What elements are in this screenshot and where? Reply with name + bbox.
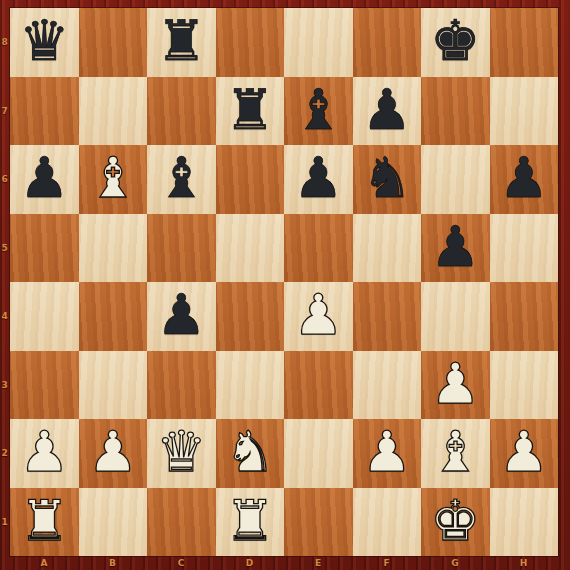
square-e5[interactable] [284,214,353,283]
black-queen-a8[interactable]: ♛ [19,13,69,69]
square-g5[interactable]: ♟ [421,214,490,283]
square-d3[interactable] [216,351,285,420]
rank-label-5: 5 [0,214,10,283]
rank-label-8: 8 [0,8,10,77]
square-d8[interactable] [216,8,285,77]
square-e8[interactable] [284,8,353,77]
square-h6[interactable]: ♟ [490,145,559,214]
black-pawn-e6[interactable]: ♟ [293,150,343,206]
rank-label-4: 4 [0,282,10,351]
black-pawn-f7[interactable]: ♟ [362,82,412,138]
file-label-a: A [10,556,79,570]
square-g3[interactable]: ♟ [421,351,490,420]
square-c2[interactable]: ♛ [147,419,216,488]
black-pawn-h6[interactable]: ♟ [499,150,549,206]
square-f7[interactable]: ♟ [353,77,422,146]
square-e4[interactable]: ♟ [284,282,353,351]
square-h5[interactable] [490,214,559,283]
square-b3[interactable] [79,351,148,420]
rank-label-6: 6 [0,145,10,214]
square-h8[interactable] [490,8,559,77]
black-pawn-a6[interactable]: ♟ [19,150,69,206]
white-rook-a1[interactable]: ♜ [19,493,69,549]
square-d6[interactable] [216,145,285,214]
square-d7[interactable]: ♜ [216,77,285,146]
square-e6[interactable]: ♟ [284,145,353,214]
black-rook-d7[interactable]: ♜ [225,82,275,138]
square-b2[interactable]: ♟ [79,419,148,488]
square-f4[interactable] [353,282,422,351]
square-b5[interactable] [79,214,148,283]
black-king-g8[interactable]: ♚ [430,13,480,69]
square-c1[interactable] [147,488,216,557]
white-pawn-e4[interactable]: ♟ [293,287,343,343]
square-c4[interactable]: ♟ [147,282,216,351]
square-d2[interactable]: ♞ [216,419,285,488]
square-c7[interactable] [147,77,216,146]
square-g2[interactable]: ♝ [421,419,490,488]
square-f1[interactable] [353,488,422,557]
white-pawn-a2[interactable]: ♟ [19,424,69,480]
square-a2[interactable]: ♟ [10,419,79,488]
rank-label-3: 3 [0,351,10,420]
square-h1[interactable] [490,488,559,557]
square-g4[interactable] [421,282,490,351]
white-rook-d1[interactable]: ♜ [225,493,275,549]
square-c8[interactable]: ♜ [147,8,216,77]
chess-board: ♛♜♚♜♝♟♟♝♝♟♞♟♟♟♟♟♟♟♛♞♟♝♟♜♜♚ [10,8,558,556]
square-f3[interactable] [353,351,422,420]
square-g1[interactable]: ♚ [421,488,490,557]
square-c5[interactable] [147,214,216,283]
file-label-b: B [79,556,148,570]
square-h2[interactable]: ♟ [490,419,559,488]
square-d1[interactable]: ♜ [216,488,285,557]
black-knight-f6[interactable]: ♞ [362,150,412,206]
square-a4[interactable] [10,282,79,351]
square-b8[interactable] [79,8,148,77]
file-label-h: H [490,556,559,570]
square-e2[interactable] [284,419,353,488]
square-f2[interactable]: ♟ [353,419,422,488]
black-bishop-c6[interactable]: ♝ [156,150,206,206]
white-pawn-h2[interactable]: ♟ [499,424,549,480]
white-pawn-b2[interactable]: ♟ [88,424,138,480]
black-pawn-c4[interactable]: ♟ [156,287,206,343]
white-queen-c2[interactable]: ♛ [156,424,206,480]
square-c3[interactable] [147,351,216,420]
white-king-g1[interactable]: ♚ [430,493,480,549]
square-e7[interactable]: ♝ [284,77,353,146]
square-e1[interactable] [284,488,353,557]
square-b7[interactable] [79,77,148,146]
file-label-g: G [421,556,490,570]
square-g8[interactable]: ♚ [421,8,490,77]
file-label-c: C [147,556,216,570]
chess-diagram: ♛♜♚♜♝♟♟♝♝♟♞♟♟♟♟♟♟♟♛♞♟♝♟♜♜♚ 87654321ABCDE… [0,0,570,570]
square-a5[interactable] [10,214,79,283]
square-b6[interactable]: ♝ [79,145,148,214]
black-pawn-g5[interactable]: ♟ [430,219,480,275]
square-g6[interactable] [421,145,490,214]
white-bishop-b6[interactable]: ♝ [88,150,138,206]
square-a8[interactable]: ♛ [10,8,79,77]
square-f5[interactable] [353,214,422,283]
square-b4[interactable] [79,282,148,351]
white-bishop-g2[interactable]: ♝ [430,424,480,480]
square-a7[interactable] [10,77,79,146]
white-pawn-g3[interactable]: ♟ [430,356,480,412]
white-pawn-f2[interactable]: ♟ [362,424,412,480]
square-h4[interactable] [490,282,559,351]
rank-label-7: 7 [0,77,10,146]
file-label-d: D [216,556,285,570]
square-c6[interactable]: ♝ [147,145,216,214]
file-label-e: E [284,556,353,570]
square-d5[interactable] [216,214,285,283]
black-bishop-e7[interactable]: ♝ [293,82,343,138]
white-knight-d2[interactable]: ♞ [225,424,275,480]
square-a3[interactable] [10,351,79,420]
square-a6[interactable]: ♟ [10,145,79,214]
square-f6[interactable]: ♞ [353,145,422,214]
square-b1[interactable] [79,488,148,557]
square-d4[interactable] [216,282,285,351]
rank-label-2: 2 [0,419,10,488]
square-f8[interactable] [353,8,422,77]
square-g7[interactable] [421,77,490,146]
square-h7[interactable] [490,77,559,146]
rank-label-1: 1 [0,488,10,557]
black-rook-c8[interactable]: ♜ [156,13,206,69]
square-e3[interactable] [284,351,353,420]
square-h3[interactable] [490,351,559,420]
file-label-f: F [353,556,422,570]
square-a1[interactable]: ♜ [10,488,79,557]
